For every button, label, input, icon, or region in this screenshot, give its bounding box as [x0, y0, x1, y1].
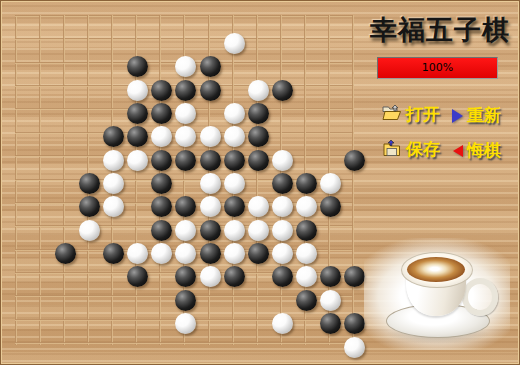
white-stone — [200, 196, 221, 217]
black-stone — [344, 266, 365, 287]
white-stone — [224, 243, 245, 264]
restart-button-label: 重新 — [467, 104, 501, 127]
black-stone — [151, 196, 172, 217]
coffee-foam — [407, 257, 465, 282]
black-stone — [248, 150, 269, 171]
white-stone — [200, 173, 221, 194]
white-stone — [224, 33, 245, 54]
white-stone — [79, 220, 100, 241]
white-stone — [248, 80, 269, 101]
restart-button[interactable]: 重新 — [452, 104, 501, 127]
black-stone — [224, 150, 245, 171]
black-stone — [272, 80, 293, 101]
black-stone — [200, 150, 221, 171]
black-stone — [224, 196, 245, 217]
black-stone — [296, 220, 317, 241]
app-title: 幸福五子棋 — [364, 12, 516, 48]
save-button[interactable]: 保存 — [382, 138, 440, 161]
gomoku-app-window: 幸福五子棋 100% 打开 重新 保存 悔棋 — [0, 0, 520, 365]
white-stone — [103, 196, 124, 217]
white-stone — [175, 126, 196, 147]
black-stone — [248, 243, 269, 264]
black-stone — [248, 126, 269, 147]
black-stone — [127, 56, 148, 77]
white-stone — [320, 290, 341, 311]
grid-line-h — [15, 342, 354, 344]
progress-bar: 100% — [377, 57, 498, 79]
save-button-label: 保存 — [406, 138, 440, 161]
black-stone — [175, 150, 196, 171]
black-stone — [272, 173, 293, 194]
black-stone — [79, 173, 100, 194]
white-stone — [224, 220, 245, 241]
white-stone — [296, 243, 317, 264]
black-stone — [151, 173, 172, 194]
black-stone — [79, 196, 100, 217]
white-stone — [175, 313, 196, 334]
white-stone — [175, 243, 196, 264]
open-button-label: 打开 — [406, 103, 440, 126]
white-stone — [248, 196, 269, 217]
white-stone — [224, 173, 245, 194]
black-stone — [200, 80, 221, 101]
black-stone — [127, 266, 148, 287]
white-stone — [200, 266, 221, 287]
black-stone — [296, 173, 317, 194]
gomoku-board[interactable] — [0, 0, 370, 365]
black-stone — [320, 313, 341, 334]
black-stone — [175, 80, 196, 101]
white-stone — [272, 313, 293, 334]
white-stone — [175, 103, 196, 124]
black-stone — [151, 80, 172, 101]
white-stone — [151, 126, 172, 147]
black-stone — [296, 290, 317, 311]
open-button[interactable]: 打开 — [382, 103, 440, 126]
cappuccino-cup-photo — [364, 238, 510, 350]
white-stone — [272, 220, 293, 241]
white-stone — [296, 196, 317, 217]
black-stone — [175, 290, 196, 311]
black-stone — [200, 220, 221, 241]
black-stone — [320, 266, 341, 287]
white-stone — [103, 173, 124, 194]
red-left-triangle-icon — [453, 145, 463, 157]
black-stone — [248, 103, 269, 124]
black-stone — [200, 243, 221, 264]
white-stone — [175, 220, 196, 241]
black-stone — [320, 196, 341, 217]
grid-line-v — [352, 15, 354, 345]
black-stone — [127, 103, 148, 124]
white-stone — [272, 196, 293, 217]
black-stone — [344, 150, 365, 171]
white-stone — [103, 150, 124, 171]
cup-handle — [462, 278, 498, 316]
black-stone — [224, 266, 245, 287]
white-stone — [224, 126, 245, 147]
white-stone — [200, 126, 221, 147]
white-stone — [224, 103, 245, 124]
black-stone — [175, 196, 196, 217]
black-stone — [200, 56, 221, 77]
white-stone — [344, 337, 365, 358]
white-stone — [127, 80, 148, 101]
white-stone — [272, 243, 293, 264]
white-stone — [320, 173, 341, 194]
white-stone — [175, 56, 196, 77]
white-stone — [151, 243, 172, 264]
black-stone — [272, 266, 293, 287]
black-stone — [103, 126, 124, 147]
white-stone — [127, 243, 148, 264]
black-stone — [151, 220, 172, 241]
white-stone — [272, 150, 293, 171]
blue-right-triangle-icon — [452, 109, 463, 123]
black-stone — [103, 243, 124, 264]
black-stone — [55, 243, 76, 264]
black-stone — [344, 313, 365, 334]
black-stone — [151, 150, 172, 171]
black-stone — [175, 266, 196, 287]
black-stone — [127, 126, 148, 147]
undo-button-label: 悔棋 — [467, 139, 501, 162]
progress-label: 100% — [422, 61, 453, 74]
black-stone — [151, 103, 172, 124]
save-folder-icon — [382, 139, 402, 161]
open-folder-icon — [382, 104, 402, 125]
white-stone — [127, 150, 148, 171]
white-stone — [248, 220, 269, 241]
white-stone — [296, 266, 317, 287]
undo-button[interactable]: 悔棋 — [453, 139, 501, 162]
